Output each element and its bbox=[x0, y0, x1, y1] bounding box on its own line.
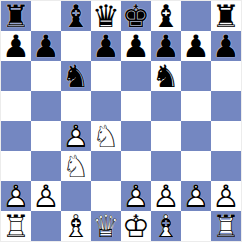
piece-black-knight[interactable]: ♞ bbox=[61, 61, 91, 91]
square-g2[interactable]: ♟♙ bbox=[181, 181, 211, 211]
square-b6[interactable] bbox=[31, 61, 61, 91]
square-e8[interactable]: ♚ bbox=[121, 1, 151, 31]
square-h3[interactable] bbox=[211, 151, 241, 181]
square-c8[interactable]: ♝ bbox=[61, 1, 91, 31]
piece-outline-layer: ♖ bbox=[211, 211, 241, 241]
piece-outline-layer: ♘ bbox=[91, 121, 121, 151]
piece-outline-layer: ♖ bbox=[1, 211, 31, 241]
piece-black-king[interactable]: ♚ bbox=[121, 1, 151, 31]
square-h5[interactable] bbox=[211, 91, 241, 121]
piece-black-pawn[interactable]: ♟ bbox=[151, 31, 181, 61]
piece-white-knight[interactable]: ♞♘ bbox=[61, 151, 91, 181]
piece-black-knight[interactable]: ♞ bbox=[151, 61, 181, 91]
piece-white-pawn[interactable]: ♟♙ bbox=[211, 181, 241, 211]
square-c5[interactable] bbox=[61, 91, 91, 121]
square-g3[interactable] bbox=[181, 151, 211, 181]
square-a2[interactable]: ♟♙ bbox=[1, 181, 31, 211]
square-d2[interactable] bbox=[91, 181, 121, 211]
square-h7[interactable]: ♟ bbox=[211, 31, 241, 61]
square-c1[interactable]: ♝♗ bbox=[61, 211, 91, 241]
square-c6[interactable]: ♞ bbox=[61, 61, 91, 91]
piece-white-bishop[interactable]: ♝♗ bbox=[151, 211, 181, 241]
square-e5[interactable] bbox=[121, 91, 151, 121]
square-f7[interactable]: ♟ bbox=[151, 31, 181, 61]
square-h6[interactable] bbox=[211, 61, 241, 91]
piece-outline-layer: ♙ bbox=[121, 181, 151, 211]
piece-white-pawn[interactable]: ♟♙ bbox=[61, 121, 91, 151]
square-g8[interactable] bbox=[181, 1, 211, 31]
piece-outline-layer: ♙ bbox=[61, 121, 91, 151]
square-a8[interactable]: ♜ bbox=[1, 1, 31, 31]
square-d1[interactable]: ♛♕ bbox=[91, 211, 121, 241]
piece-white-pawn[interactable]: ♟♙ bbox=[31, 181, 61, 211]
square-e3[interactable] bbox=[121, 151, 151, 181]
square-b7[interactable]: ♟ bbox=[31, 31, 61, 61]
piece-black-pawn[interactable]: ♟ bbox=[1, 31, 31, 61]
square-f5[interactable] bbox=[151, 91, 181, 121]
piece-outline-layer: ♙ bbox=[181, 181, 211, 211]
square-c4[interactable]: ♟♙ bbox=[61, 121, 91, 151]
square-b5[interactable] bbox=[31, 91, 61, 121]
piece-white-queen[interactable]: ♛♕ bbox=[91, 211, 121, 241]
piece-black-bishop[interactable]: ♝ bbox=[61, 1, 91, 31]
square-g6[interactable] bbox=[181, 61, 211, 91]
square-d8[interactable]: ♛ bbox=[91, 1, 121, 31]
piece-black-rook[interactable]: ♜ bbox=[1, 1, 31, 31]
piece-white-bishop[interactable]: ♝♗ bbox=[61, 211, 91, 241]
chess-board: ♜♝♛♚♝♜♟♟♟♟♟♟♟♞♞♟♙♞♘♞♘♟♙♟♙♟♙♟♙♟♙♟♙♜♖♝♗♛♕♚… bbox=[0, 0, 242, 242]
square-e2[interactable]: ♟♙ bbox=[121, 181, 151, 211]
square-c3[interactable]: ♞♘ bbox=[61, 151, 91, 181]
square-b2[interactable]: ♟♙ bbox=[31, 181, 61, 211]
piece-white-rook[interactable]: ♜♖ bbox=[1, 211, 31, 241]
piece-outline-layer: ♙ bbox=[211, 181, 241, 211]
piece-white-pawn[interactable]: ♟♙ bbox=[1, 181, 31, 211]
piece-black-queen[interactable]: ♛ bbox=[91, 1, 121, 31]
square-g5[interactable] bbox=[181, 91, 211, 121]
piece-black-pawn[interactable]: ♟ bbox=[91, 31, 121, 61]
square-a3[interactable] bbox=[1, 151, 31, 181]
square-b8[interactable] bbox=[31, 1, 61, 31]
square-d4[interactable]: ♞♘ bbox=[91, 121, 121, 151]
piece-black-bishop[interactable]: ♝ bbox=[151, 1, 181, 31]
piece-black-pawn[interactable]: ♟ bbox=[181, 31, 211, 61]
piece-white-knight[interactable]: ♞♘ bbox=[91, 121, 121, 151]
square-h4[interactable] bbox=[211, 121, 241, 151]
square-h1[interactable]: ♜♖ bbox=[211, 211, 241, 241]
piece-black-pawn[interactable]: ♟ bbox=[211, 31, 241, 61]
square-f8[interactable]: ♝ bbox=[151, 1, 181, 31]
piece-outline-layer: ♔ bbox=[121, 211, 151, 241]
square-a5[interactable] bbox=[1, 91, 31, 121]
square-f4[interactable] bbox=[151, 121, 181, 151]
square-e6[interactable] bbox=[121, 61, 151, 91]
square-d5[interactable] bbox=[91, 91, 121, 121]
square-c2[interactable] bbox=[61, 181, 91, 211]
piece-black-pawn[interactable]: ♟ bbox=[31, 31, 61, 61]
piece-outline-layer: ♗ bbox=[61, 211, 91, 241]
piece-white-pawn[interactable]: ♟♙ bbox=[181, 181, 211, 211]
piece-outline-layer: ♗ bbox=[151, 211, 181, 241]
piece-outline-layer: ♙ bbox=[1, 181, 31, 211]
piece-black-rook[interactable]: ♜ bbox=[211, 1, 241, 31]
square-b3[interactable] bbox=[31, 151, 61, 181]
square-d3[interactable] bbox=[91, 151, 121, 181]
square-e4[interactable] bbox=[121, 121, 151, 151]
square-e7[interactable]: ♟ bbox=[121, 31, 151, 61]
square-a7[interactable]: ♟ bbox=[1, 31, 31, 61]
square-g4[interactable] bbox=[181, 121, 211, 151]
square-f3[interactable] bbox=[151, 151, 181, 181]
square-h8[interactable]: ♜ bbox=[211, 1, 241, 31]
piece-outline-layer: ♘ bbox=[61, 151, 91, 181]
square-a1[interactable]: ♜♖ bbox=[1, 211, 31, 241]
square-g1[interactable] bbox=[181, 211, 211, 241]
square-h2[interactable]: ♟♙ bbox=[211, 181, 241, 211]
piece-outline-layer: ♙ bbox=[151, 181, 181, 211]
piece-black-pawn[interactable]: ♟ bbox=[121, 31, 151, 61]
piece-outline-layer: ♙ bbox=[31, 181, 61, 211]
piece-white-rook[interactable]: ♜♖ bbox=[211, 211, 241, 241]
square-b4[interactable] bbox=[31, 121, 61, 151]
square-f2[interactable]: ♟♙ bbox=[151, 181, 181, 211]
square-c7[interactable] bbox=[61, 31, 91, 61]
square-d6[interactable] bbox=[91, 61, 121, 91]
square-b1[interactable] bbox=[31, 211, 61, 241]
piece-outline-layer: ♕ bbox=[91, 211, 121, 241]
square-g7[interactable]: ♟ bbox=[181, 31, 211, 61]
piece-white-pawn[interactable]: ♟♙ bbox=[151, 181, 181, 211]
square-a6[interactable] bbox=[1, 61, 31, 91]
square-a4[interactable] bbox=[1, 121, 31, 151]
piece-white-pawn[interactable]: ♟♙ bbox=[121, 181, 151, 211]
square-e1[interactable]: ♚♔ bbox=[121, 211, 151, 241]
piece-white-king[interactable]: ♚♔ bbox=[121, 211, 151, 241]
square-f1[interactable]: ♝♗ bbox=[151, 211, 181, 241]
square-f6[interactable]: ♞ bbox=[151, 61, 181, 91]
square-d7[interactable]: ♟ bbox=[91, 31, 121, 61]
